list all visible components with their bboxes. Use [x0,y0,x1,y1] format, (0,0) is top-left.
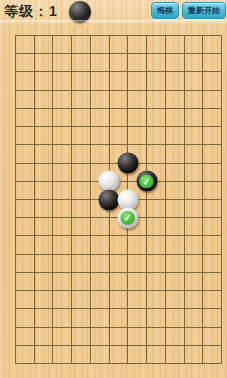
board-cell[interactable] [15,199,34,217]
board-cell[interactable] [71,272,90,290]
board-cell[interactable] [127,71,146,89]
board-cell[interactable] [34,235,53,253]
board-cell[interactable] [184,254,203,272]
board-cell[interactable] [15,53,34,71]
board-cell[interactable] [71,126,90,144]
board-cell[interactable] [90,327,109,345]
board-cell[interactable] [15,163,34,181]
board-cell[interactable] [165,108,184,126]
board-cell[interactable] [71,345,90,363]
gomoku-app: 等级：1 悔棋 重新开始 ✓✓ [0,0,227,378]
board-cell[interactable] [127,290,146,308]
board-cell[interactable] [52,53,71,71]
board-cell[interactable] [184,181,203,199]
board-cell[interactable] [146,126,165,144]
board-cell[interactable] [127,327,146,345]
board-cell[interactable] [146,308,165,326]
board-cell[interactable] [165,199,184,217]
board-cell[interactable] [165,308,184,326]
black-stone [117,153,138,174]
board-cell[interactable] [71,90,90,108]
board-cell[interactable] [34,199,53,217]
board-cell[interactable] [202,217,221,235]
board-cell[interactable] [202,345,221,363]
board-cell[interactable] [15,108,34,126]
board-cell[interactable] [109,235,128,253]
board-cell[interactable] [34,308,53,326]
board-cell[interactable] [184,108,203,126]
board-cell[interactable] [52,327,71,345]
board-cell[interactable] [71,254,90,272]
board-cell[interactable] [52,108,71,126]
board-cell[interactable] [127,126,146,144]
board-cell[interactable] [184,235,203,253]
board-cell[interactable] [109,90,128,108]
board-cell[interactable] [165,235,184,253]
board-cell[interactable] [146,144,165,162]
board-cell[interactable] [15,254,34,272]
board-cell[interactable] [127,345,146,363]
board-cell[interactable] [202,327,221,345]
board-cell[interactable] [184,90,203,108]
board-cell[interactable] [127,308,146,326]
board-cell[interactable] [52,71,71,89]
board-cell[interactable] [165,35,184,53]
board-cell[interactable] [52,181,71,199]
board-cell[interactable] [90,108,109,126]
board-cell[interactable] [165,53,184,71]
board-cell[interactable] [71,199,90,217]
board-cell[interactable] [34,108,53,126]
board-cell[interactable] [52,308,71,326]
board-cell[interactable] [34,345,53,363]
board-cell[interactable] [34,144,53,162]
board-cell[interactable] [71,53,90,71]
board-cell[interactable] [146,272,165,290]
board-cell[interactable] [71,327,90,345]
board-cell[interactable] [165,290,184,308]
board-cell[interactable] [165,126,184,144]
board-cell[interactable] [34,181,53,199]
board-cell[interactable] [34,35,53,53]
board-cell[interactable] [90,35,109,53]
board-cell[interactable] [15,308,34,326]
board-cell[interactable] [202,126,221,144]
board-cell[interactable] [202,71,221,89]
board-cell[interactable] [146,71,165,89]
board-cell[interactable] [165,163,184,181]
board-cell[interactable] [165,254,184,272]
board-cell[interactable] [90,254,109,272]
board-cell[interactable] [90,90,109,108]
board-cell[interactable] [165,327,184,345]
board-cell[interactable] [34,254,53,272]
board-cell[interactable] [90,71,109,89]
white-stone: ✓ [117,207,138,228]
board-cell[interactable] [52,90,71,108]
board-cell[interactable] [109,35,128,53]
board-cell[interactable] [202,235,221,253]
board-cell[interactable] [15,327,34,345]
board-cell[interactable] [202,199,221,217]
board-cell[interactable] [184,217,203,235]
board-cell[interactable] [15,35,34,53]
black-stone: ✓ [136,171,157,192]
board-cell[interactable] [34,272,53,290]
board-cell[interactable] [52,217,71,235]
board-cell[interactable] [146,90,165,108]
board-cell[interactable] [109,327,128,345]
board-cell[interactable] [90,217,109,235]
board-cell[interactable] [202,35,221,53]
board-cell[interactable] [202,290,221,308]
board-cell[interactable] [127,90,146,108]
board-cell[interactable] [109,308,128,326]
board-cell[interactable] [15,290,34,308]
board-cell[interactable] [202,181,221,199]
board-cell[interactable] [184,126,203,144]
board-cell[interactable] [34,53,53,71]
board-cell[interactable] [52,35,71,53]
board-cell[interactable] [146,235,165,253]
board-cell[interactable] [109,345,128,363]
board-cell[interactable] [109,53,128,71]
board-cell[interactable] [202,308,221,326]
board-cell[interactable] [15,71,34,89]
board-cell[interactable] [165,71,184,89]
last-move-check-icon: ✓ [139,174,154,188]
board-cell[interactable] [165,217,184,235]
board-cell[interactable] [71,144,90,162]
board-cell[interactable] [52,272,71,290]
board-cell[interactable] [71,35,90,53]
board-cell[interactable] [127,272,146,290]
board-cell[interactable] [184,53,203,71]
board-cell[interactable] [146,199,165,217]
board-cell[interactable] [184,71,203,89]
board-cell[interactable] [109,272,128,290]
board-cell[interactable] [52,235,71,253]
board-cell[interactable] [146,53,165,71]
board-cell[interactable] [15,345,34,363]
board-cell[interactable] [71,71,90,89]
board-cell[interactable] [146,290,165,308]
board-cell[interactable] [146,217,165,235]
board-cell[interactable] [165,345,184,363]
board-cell[interactable] [146,345,165,363]
level-label: 等级：1 [4,3,58,21]
level-text: 等级： [4,3,49,19]
board-cell[interactable] [109,108,128,126]
header-highlight [0,20,227,24]
board-cell[interactable] [165,181,184,199]
board-cell[interactable] [184,272,203,290]
board-cell[interactable] [71,108,90,126]
level-value: 1 [49,3,58,19]
board-cell[interactable] [15,90,34,108]
board-cell[interactable] [146,108,165,126]
board-cell[interactable] [184,290,203,308]
board-cell[interactable] [127,35,146,53]
board-cell[interactable] [90,235,109,253]
board-cell[interactable] [71,290,90,308]
board-cell[interactable] [15,144,34,162]
board-cell[interactable] [71,235,90,253]
board-cell[interactable] [165,90,184,108]
board-cell[interactable] [146,254,165,272]
board-cell[interactable] [34,290,53,308]
board-cell[interactable] [15,272,34,290]
board-cell[interactable] [90,345,109,363]
board-cell[interactable] [52,345,71,363]
board-cell[interactable] [34,217,53,235]
board-cell[interactable] [184,327,203,345]
board-cell[interactable] [34,90,53,108]
board-cell[interactable] [109,254,128,272]
board-cell[interactable] [146,327,165,345]
board-cell[interactable] [90,144,109,162]
board-cell[interactable] [15,181,34,199]
board-grid[interactable]: ✓✓ [15,35,222,364]
board-cell[interactable] [90,53,109,71]
restart-button[interactable]: 重新开始 [182,2,226,19]
board-cell[interactable] [184,308,203,326]
board-cell[interactable] [127,235,146,253]
board-cell[interactable] [52,290,71,308]
board-cell[interactable] [52,144,71,162]
board-cell[interactable] [52,126,71,144]
board-cell[interactable] [52,163,71,181]
board-cell[interactable] [127,254,146,272]
board-cell[interactable] [15,235,34,253]
board-cell[interactable] [184,199,203,217]
board-cell[interactable] [165,272,184,290]
board-cell[interactable] [34,163,53,181]
board-cell[interactable] [15,126,34,144]
board-cell[interactable] [202,254,221,272]
board-cell[interactable] [184,163,203,181]
board-cell[interactable] [52,199,71,217]
board-cell[interactable] [71,308,90,326]
board-cell[interactable] [165,144,184,162]
board-cell[interactable] [52,254,71,272]
board-cell[interactable] [146,35,165,53]
board-cell[interactable] [184,35,203,53]
board-cell[interactable] [127,53,146,71]
board-cell[interactable] [15,217,34,235]
board-cell[interactable] [202,272,221,290]
last-move-check-icon: ✓ [120,211,135,225]
board-cell[interactable] [71,181,90,199]
board-cell[interactable] [202,108,221,126]
board-cell[interactable] [90,308,109,326]
board-cell[interactable] [34,126,53,144]
board-cell[interactable] [109,290,128,308]
board-cell[interactable] [202,144,221,162]
board-cell[interactable] [184,144,203,162]
board-cell[interactable] [90,290,109,308]
board-cell[interactable] [184,345,203,363]
board-cell[interactable] [34,71,53,89]
board-cell[interactable] [71,217,90,235]
button-group: 悔棋 重新开始 [151,2,226,19]
board-cell[interactable] [34,327,53,345]
board-cell[interactable] [202,53,221,71]
board-cell[interactable] [109,126,128,144]
board-cell[interactable] [71,163,90,181]
board-cell[interactable] [127,108,146,126]
board-cell[interactable] [202,163,221,181]
board-cell[interactable] [202,90,221,108]
board-cell[interactable] [90,272,109,290]
board-cell[interactable] [109,71,128,89]
board-cell[interactable] [90,126,109,144]
undo-button[interactable]: 悔棋 [151,2,179,19]
